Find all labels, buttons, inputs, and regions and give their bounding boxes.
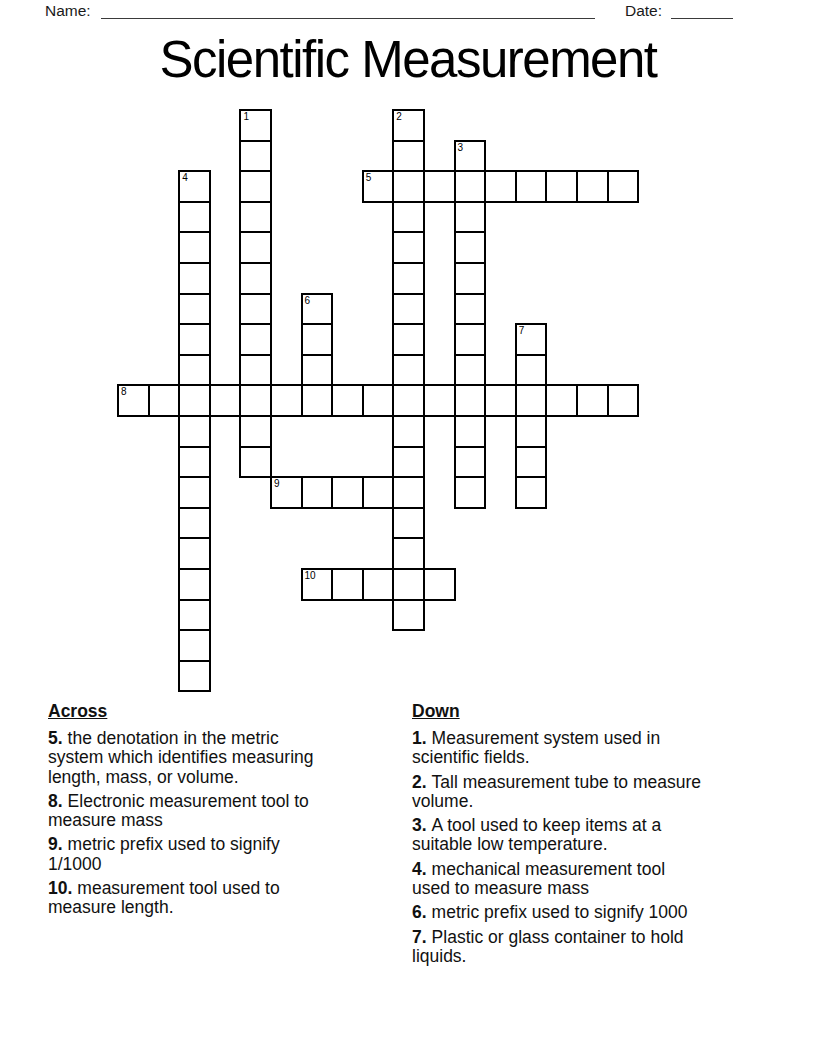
grid-cell[interactable] [178,629,211,662]
name-blank-line[interactable] [101,1,595,19]
clue-item-down-1: 1.Measurement system used in scientific … [412,729,804,768]
clue-number: 1. [412,728,427,748]
grid-cell[interactable] [239,293,272,326]
grid-cell[interactable] [392,568,425,601]
grid-cell[interactable]: 10 [301,568,334,601]
clue-item-across-10: 10.measurement tool used to measure leng… [48,879,408,918]
down-clues-section: Down 1.Measurement system used in scient… [412,701,804,971]
clue-text: measurement tool used to measure length. [48,878,280,917]
grid-cell[interactable] [301,384,334,417]
grid-cell[interactable] [484,170,517,203]
grid-cell[interactable] [392,446,425,479]
grid-cell[interactable] [576,170,609,203]
cell-number: 5 [366,172,372,183]
clue-item-down-6: 6.metric prefix used to signify 1000 [412,903,804,922]
grid-cell[interactable] [392,293,425,326]
grid-cell[interactable]: 8 [117,384,150,417]
grid-cell[interactable] [454,293,487,326]
cell-number: 4 [182,172,188,183]
grid-cell[interactable] [392,201,425,234]
grid-cell[interactable] [515,384,548,417]
clue-number: 4. [412,859,427,879]
grid-cell[interactable] [178,384,211,417]
clue-number: 10. [48,878,72,898]
grid-cell[interactable] [301,354,334,387]
grid-cell[interactable] [392,415,425,448]
clue-number: 2. [412,772,427,792]
grid-cell[interactable] [545,384,578,417]
grid-cell[interactable] [239,262,272,295]
grid-cell[interactable] [239,384,272,417]
name-label: Name: [45,2,91,20]
grid-cell[interactable] [239,231,272,264]
grid-cell[interactable] [392,354,425,387]
cell-number: 1 [243,111,249,122]
clue-number: 7. [412,927,427,947]
grid-cell[interactable] [178,537,211,570]
grid-cell[interactable] [454,415,487,448]
grid-cell[interactable] [239,446,272,479]
down-heading: Down [412,701,804,722]
grid-cell[interactable] [239,201,272,234]
grid-cell[interactable] [331,476,364,509]
grid-cell[interactable] [362,384,395,417]
clue-text: A tool used to keep items at a suitable … [412,815,661,854]
grid-cell[interactable] [301,476,334,509]
cell-number: 2 [396,111,402,122]
grid-cell[interactable] [454,170,487,203]
grid-cell[interactable] [239,170,272,203]
grid-cell[interactable] [392,323,425,356]
grid-cell[interactable] [423,384,456,417]
clue-number: 8. [48,791,63,811]
grid-cell[interactable] [454,201,487,234]
grid-cell[interactable] [423,170,456,203]
crossword-grid: 12345678910 [118,110,638,691]
clue-text: metric prefix used to signify 1000 [432,902,688,922]
date-label: Date: [625,2,662,20]
cell-number: 7 [519,325,525,336]
clue-number: 6. [412,902,427,922]
grid-cell[interactable] [178,568,211,601]
grid-cell[interactable] [178,415,211,448]
across-heading: Across [48,701,408,722]
clue-item-down-3: 3.A tool used to keep items at a suitabl… [412,816,804,855]
grid-cell[interactable] [148,384,181,417]
clue-text: Plastic or glass container to hold liqui… [412,927,684,966]
clue-text: Measurement system used in scientific fi… [412,728,660,767]
grid-cell[interactable]: 3 [454,140,487,173]
grid-cell[interactable] [178,231,211,264]
grid-cell[interactable] [239,415,272,448]
grid-cell[interactable] [454,446,487,479]
grid-cell[interactable] [392,476,425,509]
clue-item-across-9: 9.metric prefix used to signify 1/1000 [48,835,408,874]
grid-cell[interactable] [454,323,487,356]
grid-cell[interactable] [454,384,487,417]
grid-cell[interactable]: 2 [392,109,425,142]
grid-cell[interactable] [392,507,425,540]
grid-cell[interactable] [454,476,487,509]
grid-cell[interactable] [178,507,211,540]
grid-cell[interactable] [178,446,211,479]
across-clue-list: 5.the denotation in the metric system wh… [48,729,408,918]
grid-cell[interactable] [392,262,425,295]
grid-cell[interactable] [178,293,211,326]
clue-text: Tall measurement tube to measure volume. [412,772,701,811]
grid-cell[interactable] [178,354,211,387]
grid-cell[interactable] [515,446,548,479]
grid-cell[interactable] [178,660,211,693]
grid-cell[interactable] [301,323,334,356]
grid-cell[interactable] [331,568,364,601]
grid-cell[interactable] [392,170,425,203]
clue-number: 3. [412,815,427,835]
grid-cell[interactable] [392,599,425,632]
clue-item-down-4: 4.mechanical measurement tool used to me… [412,860,804,899]
grid-cell[interactable] [515,476,548,509]
grid-cell[interactable] [515,415,548,448]
grid-cell[interactable] [607,170,640,203]
grid-cell[interactable]: 5 [362,170,395,203]
grid-cell[interactable] [392,231,425,264]
clue-item-across-8: 8.Electronic measurement tool to measure… [48,792,408,831]
grid-cell[interactable] [576,384,609,417]
grid-cell[interactable] [178,262,211,295]
clue-text: Electronic measurement tool to measure m… [48,791,309,830]
grid-cell[interactable] [178,599,211,632]
cell-number: 6 [305,295,311,306]
grid-cell[interactable] [454,231,487,264]
grid-cell[interactable]: 4 [178,170,211,203]
worksheet-page: Name: Date: Scientific Measurement 12345… [0,0,816,1056]
cell-number: 10 [305,570,316,581]
across-clues-section: Across 5.the denotation in the metric sy… [48,701,408,923]
grid-cell[interactable] [392,384,425,417]
grid-cell[interactable] [178,476,211,509]
grid-cell[interactable] [362,476,395,509]
grid-cell[interactable] [454,262,487,295]
grid-cell[interactable] [392,140,425,173]
grid-cell[interactable] [515,354,548,387]
clue-item-down-7: 7.Plastic or glass container to hold liq… [412,928,804,967]
clue-text: metric prefix used to signify 1/1000 [48,834,280,873]
grid-cell[interactable] [484,384,517,417]
grid-cell[interactable] [545,170,578,203]
clue-item-across-5: 5.the denotation in the metric system wh… [48,729,408,787]
clue-number: 5. [48,728,63,748]
grid-cell[interactable] [362,568,395,601]
grid-cell[interactable] [607,384,640,417]
cell-number: 8 [121,386,127,397]
grid-cell[interactable] [178,201,211,234]
grid-cell[interactable] [239,323,272,356]
puzzle-title: Scientific Measurement [0,30,816,89]
grid-cell[interactable] [515,170,548,203]
clue-number: 9. [48,834,63,854]
grid-cell[interactable] [209,384,242,417]
grid-cell[interactable] [331,384,364,417]
grid-cell[interactable]: 6 [301,293,334,326]
grid-cell[interactable]: 7 [515,323,548,356]
grid-cell[interactable] [454,354,487,387]
grid-cell[interactable] [270,384,303,417]
clue-item-down-2: 2.Tall measurement tube to measure volum… [412,773,804,812]
down-clue-list: 1.Measurement system used in scientific … [412,729,804,966]
grid-cell[interactable] [239,140,272,173]
clue-text: the denotation in the metric system whic… [48,728,314,787]
date-blank-line[interactable] [671,1,733,19]
cell-number: 9 [274,478,280,489]
clue-text: mechanical measurement tool used to meas… [412,859,665,898]
grid-cell[interactable] [239,354,272,387]
grid-cell[interactable] [423,568,456,601]
grid-cell[interactable] [392,537,425,570]
grid-cell[interactable] [178,323,211,356]
grid-cell[interactable]: 1 [239,109,272,142]
grid-cell[interactable]: 9 [270,476,303,509]
cell-number: 3 [458,142,464,153]
